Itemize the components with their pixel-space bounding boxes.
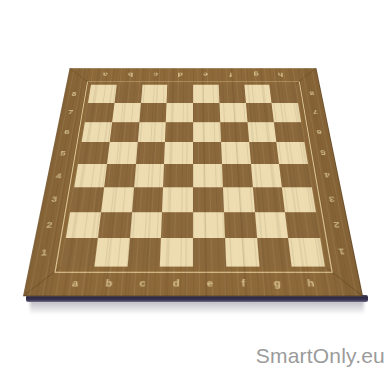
rank-label-right-1: 1 xyxy=(327,238,357,266)
square-h7 xyxy=(272,103,301,122)
square-c6 xyxy=(137,122,166,142)
square-b8 xyxy=(114,85,142,103)
square-d3 xyxy=(162,187,193,212)
file-label-top-d: d xyxy=(168,69,193,81)
square-h3 xyxy=(282,187,316,212)
square-d5 xyxy=(164,142,193,164)
square-b7 xyxy=(112,103,141,122)
square-a5 xyxy=(78,142,109,164)
rank-label-right-5: 5 xyxy=(310,142,336,164)
square-d2 xyxy=(161,212,193,238)
file-label-bottom-d: d xyxy=(159,273,193,294)
square-d6 xyxy=(165,122,193,142)
square-f7 xyxy=(219,103,247,122)
file-label-top-h: h xyxy=(267,69,294,81)
square-b6 xyxy=(109,122,139,142)
file-label-top-f: f xyxy=(218,69,244,81)
square-g2 xyxy=(254,212,288,238)
file-label-bottom-h: h xyxy=(293,273,330,294)
square-b1 xyxy=(94,238,129,266)
rank-label-left-8: 8 xyxy=(63,85,86,103)
square-h5 xyxy=(277,142,308,164)
square-d7 xyxy=(166,103,193,122)
file-label-bottom-e: e xyxy=(193,273,227,294)
square-h2 xyxy=(285,212,320,238)
square-g1 xyxy=(257,238,292,266)
square-a4 xyxy=(74,164,107,187)
rank-label-left-7: 7 xyxy=(59,103,83,122)
rank-label-left-5: 5 xyxy=(50,142,76,164)
square-b2 xyxy=(98,212,132,238)
file-label-bottom-f: f xyxy=(226,273,261,294)
square-h4 xyxy=(279,164,312,187)
rank-label-right-8: 8 xyxy=(300,85,323,103)
square-g4 xyxy=(251,164,283,187)
file-label-bottom-c: c xyxy=(125,273,160,294)
square-d8 xyxy=(167,85,193,103)
file-label-bottom-a: a xyxy=(57,273,94,294)
square-f1 xyxy=(225,238,259,266)
file-label-top-c: c xyxy=(142,69,168,81)
square-g3 xyxy=(252,187,285,212)
square-f4 xyxy=(222,164,253,187)
square-g7 xyxy=(245,103,274,122)
file-labels-bottom: abcdefgh xyxy=(57,273,330,294)
square-g6 xyxy=(247,122,277,142)
square-a3 xyxy=(70,187,104,212)
rank-label-right-6: 6 xyxy=(307,122,332,142)
watermark: SmartOnly.eu xyxy=(256,344,385,368)
square-b4 xyxy=(104,164,136,187)
square-c7 xyxy=(139,103,167,122)
square-e6 xyxy=(193,122,221,142)
square-d1 xyxy=(160,238,193,266)
square-c3 xyxy=(132,187,164,212)
file-label-top-g: g xyxy=(243,69,269,81)
square-e3 xyxy=(193,187,224,212)
square-g5 xyxy=(249,142,280,164)
square-g8 xyxy=(244,85,272,103)
square-f5 xyxy=(221,142,251,164)
rank-label-right-7: 7 xyxy=(303,103,327,122)
square-a1 xyxy=(61,238,97,266)
square-e7 xyxy=(193,103,220,122)
square-c5 xyxy=(136,142,166,164)
product-photo-canvas: abcdefgh abcdefgh 87654321 87654321 Smar… xyxy=(0,0,388,388)
square-f3 xyxy=(223,187,255,212)
board-drop-shadow xyxy=(30,300,364,317)
square-b5 xyxy=(107,142,138,164)
file-labels-top: abcdefgh xyxy=(92,69,295,81)
square-e8 xyxy=(193,85,219,103)
board-squares-grid xyxy=(61,85,325,267)
square-c8 xyxy=(141,85,168,103)
file-label-top-a: a xyxy=(92,69,119,81)
square-e2 xyxy=(193,212,225,238)
square-f2 xyxy=(224,212,257,238)
square-h6 xyxy=(274,122,304,142)
square-a8 xyxy=(88,85,116,103)
square-a2 xyxy=(66,212,101,238)
file-label-bottom-g: g xyxy=(259,273,295,294)
square-a6 xyxy=(82,122,112,142)
square-e4 xyxy=(193,164,223,187)
square-c1 xyxy=(127,238,161,266)
rank-label-right-4: 4 xyxy=(314,164,341,187)
rank-label-left-6: 6 xyxy=(54,122,79,142)
file-label-top-b: b xyxy=(117,69,143,81)
square-e5 xyxy=(193,142,222,164)
square-c2 xyxy=(129,212,162,238)
square-h8 xyxy=(269,85,297,103)
square-d4 xyxy=(163,164,193,187)
square-f8 xyxy=(218,85,245,103)
file-label-bottom-b: b xyxy=(91,273,127,294)
square-e1 xyxy=(193,238,226,266)
square-c4 xyxy=(134,164,165,187)
square-h1 xyxy=(288,238,324,266)
chessboard: abcdefgh abcdefgh 87654321 87654321 xyxy=(23,68,363,296)
square-a7 xyxy=(85,103,114,122)
rank-label-right-3: 3 xyxy=(318,187,346,212)
square-f6 xyxy=(220,122,249,142)
file-label-top-e: e xyxy=(193,69,218,81)
rank-label-right-2: 2 xyxy=(322,212,351,238)
square-b3 xyxy=(101,187,134,212)
